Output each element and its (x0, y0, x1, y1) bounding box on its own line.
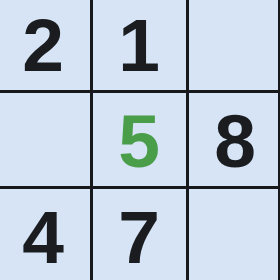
sudoku-cell-r3c1[interactable]: 4 (0, 187, 91, 280)
sudoku-cell-r2c3[interactable]: 8 (187, 91, 280, 187)
cell-digit: 4 (22, 200, 64, 275)
sudoku-cell-r1c1[interactable]: 2 (0, 0, 91, 91)
sudoku-cell-r1c3[interactable] (187, 0, 280, 91)
sudoku-cell-r2c2[interactable]: 5 (91, 91, 187, 187)
sudoku-cell-r3c2[interactable]: 7 (91, 187, 187, 280)
sudoku-cell-r1c2[interactable]: 1 (91, 0, 187, 91)
cell-digit: 2 (22, 8, 64, 83)
cell-digit: 1 (118, 8, 160, 83)
grid-line-vertical-1 (90, 0, 93, 280)
sudoku-board: 2 1 5 8 4 7 (0, 0, 280, 280)
grid-line-horizontal-2 (0, 186, 280, 189)
cell-digit: 5 (118, 104, 160, 179)
grid-line-horizontal-1 (0, 90, 280, 93)
sudoku-cell-r3c3[interactable] (187, 187, 280, 280)
cell-digit: 8 (214, 104, 256, 179)
grid-line-vertical-2 (186, 0, 189, 280)
sudoku-grid: 2 1 5 8 4 7 (0, 0, 280, 280)
cell-digit: 7 (118, 200, 160, 275)
box-border-right-edge (278, 0, 280, 280)
sudoku-cell-r2c1[interactable] (0, 91, 91, 187)
